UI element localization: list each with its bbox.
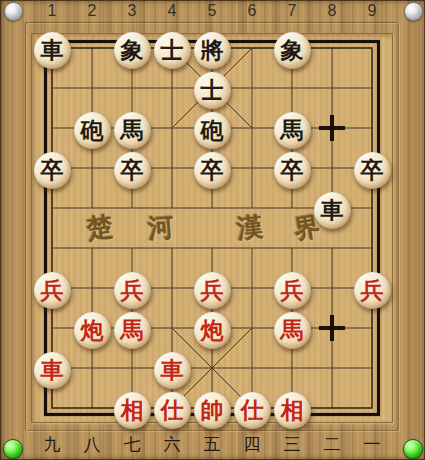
file-label-top-1: 1	[37, 2, 67, 20]
piece-red-soldier[interactable]: 兵	[194, 272, 231, 309]
file-label-top-8: 8	[317, 2, 347, 20]
file-label-top-3: 3	[117, 2, 147, 20]
piece-black-soldier[interactable]: 卒	[34, 152, 71, 189]
file-label-top-2: 2	[77, 2, 107, 20]
piece-black-general[interactable]: 將	[194, 32, 231, 69]
piece-red-elephant[interactable]: 相	[274, 392, 311, 429]
piece-red-chariot[interactable]: 車	[154, 352, 191, 389]
piece-black-soldier[interactable]: 卒	[194, 152, 231, 189]
status-light-bottom-right	[403, 439, 423, 459]
status-light-top-right	[404, 2, 423, 21]
file-label-bottom-2: 八	[77, 436, 107, 454]
piece-black-chariot[interactable]: 車	[34, 32, 71, 69]
file-label-bottom-8: 二	[317, 436, 347, 454]
status-light-bottom-left	[3, 439, 23, 459]
piece-red-advisor[interactable]: 仕	[154, 392, 191, 429]
piece-black-horse[interactable]: 馬	[274, 112, 311, 149]
piece-red-horse[interactable]: 馬	[274, 312, 311, 349]
piece-red-advisor[interactable]: 仕	[234, 392, 271, 429]
piece-red-soldier[interactable]: 兵	[274, 272, 311, 309]
file-label-top-6: 6	[237, 2, 267, 20]
piece-black-advisor[interactable]: 士	[194, 72, 231, 109]
file-label-top-9: 9	[357, 2, 387, 20]
piece-red-chariot[interactable]: 車	[34, 352, 71, 389]
piece-red-cannon[interactable]: 炮	[194, 312, 231, 349]
piece-black-soldier[interactable]: 卒	[354, 152, 391, 189]
piece-red-elephant[interactable]: 相	[114, 392, 151, 429]
piece-black-soldier[interactable]: 卒	[114, 152, 151, 189]
piece-red-soldier[interactable]: 兵	[354, 272, 391, 309]
piece-black-cannon[interactable]: 砲	[74, 112, 111, 149]
xiangqi-board-window: 123456789 九八七六五四三二一 楚河漢界 車象士將象士砲馬砲馬卒卒卒卒卒…	[0, 0, 425, 460]
piece-red-soldier[interactable]: 兵	[34, 272, 71, 309]
piece-black-soldier[interactable]: 卒	[274, 152, 311, 189]
file-label-top-4: 4	[157, 2, 187, 20]
piece-black-cannon[interactable]: 砲	[194, 112, 231, 149]
piece-black-elephant[interactable]: 象	[274, 32, 311, 69]
file-label-top-7: 7	[277, 2, 307, 20]
file-label-bottom-1: 九	[37, 436, 67, 454]
file-label-bottom-3: 七	[117, 436, 147, 454]
file-label-bottom-6: 四	[237, 436, 267, 454]
piece-black-advisor[interactable]: 士	[154, 32, 191, 69]
piece-black-horse[interactable]: 馬	[114, 112, 151, 149]
piece-black-chariot[interactable]: 車	[314, 192, 351, 229]
file-label-bottom-4: 六	[157, 436, 187, 454]
piece-red-cannon[interactable]: 炮	[74, 312, 111, 349]
piece-red-horse[interactable]: 馬	[114, 312, 151, 349]
status-light-top-left	[4, 2, 23, 21]
file-label-bottom-9: 一	[357, 436, 387, 454]
file-label-top-5: 5	[197, 2, 227, 20]
piece-red-general[interactable]: 帥	[194, 392, 231, 429]
piece-black-elephant[interactable]: 象	[114, 32, 151, 69]
file-label-bottom-5: 五	[197, 436, 227, 454]
file-label-bottom-7: 三	[277, 436, 307, 454]
piece-red-soldier[interactable]: 兵	[114, 272, 151, 309]
